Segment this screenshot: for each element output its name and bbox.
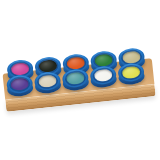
matching-board (1, 44, 157, 123)
disc-purple[interactable] (6, 74, 34, 98)
disc-white[interactable] (89, 65, 117, 89)
board-cell (62, 68, 92, 93)
product-photo-stage (0, 0, 160, 160)
felt-center-teal (66, 71, 85, 85)
board-cell (117, 62, 147, 87)
felt-center-cream (38, 74, 57, 88)
board-cell (89, 65, 119, 90)
board-cell (6, 74, 36, 99)
disc-cream[interactable] (34, 71, 62, 95)
felt-center-white (94, 69, 113, 83)
disc-teal[interactable] (62, 68, 90, 92)
felt-center-yellow (122, 66, 141, 80)
disc-yellow[interactable] (117, 62, 145, 86)
board-cell (34, 71, 64, 96)
felt-center-purple (10, 77, 29, 91)
